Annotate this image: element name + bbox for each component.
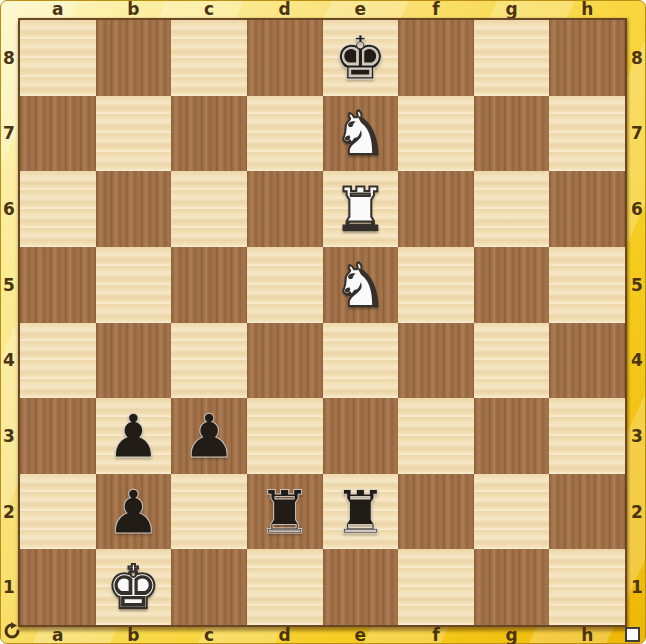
piece-black-pawn[interactable]: ♟ <box>107 482 161 542</box>
square-e7[interactable]: ♞ <box>323 96 399 172</box>
piece-white-knight[interactable]: ♞ <box>333 103 387 163</box>
piece-black-pawn[interactable]: ♟ <box>182 406 236 466</box>
file-labels-top: abcdefgh <box>20 0 625 18</box>
piece-black-rook[interactable]: ♜ <box>333 482 387 542</box>
file-label-b: b <box>96 625 172 644</box>
square-f4[interactable] <box>398 323 474 399</box>
file-label-a: a <box>20 625 96 644</box>
square-f2[interactable] <box>398 474 474 550</box>
square-a7[interactable] <box>20 96 96 172</box>
square-c3[interactable]: ♟ <box>171 398 247 474</box>
square-h3[interactable] <box>549 398 625 474</box>
square-a8[interactable] <box>20 20 96 96</box>
square-d3[interactable] <box>247 398 323 474</box>
square-d4[interactable] <box>247 323 323 399</box>
square-f1[interactable] <box>398 549 474 625</box>
piece-white-rook[interactable]: ♜ <box>333 179 387 239</box>
square-h2[interactable] <box>549 474 625 550</box>
piece-white-king[interactable]: ♚ <box>107 557 161 617</box>
file-label-f: f <box>398 0 474 19</box>
piece-black-king[interactable]: ♚ <box>333 28 387 88</box>
square-g2[interactable] <box>474 474 550 550</box>
square-f6[interactable] <box>398 171 474 247</box>
square-a4[interactable] <box>20 323 96 399</box>
white-to-move-indicator <box>625 627 640 642</box>
square-c2[interactable] <box>171 474 247 550</box>
square-c4[interactable] <box>171 323 247 399</box>
file-label-h: h <box>549 0 625 19</box>
square-h1[interactable] <box>549 549 625 625</box>
file-label-e: e <box>323 625 399 644</box>
square-e6[interactable]: ♜ <box>323 171 399 247</box>
square-b5[interactable] <box>96 247 172 323</box>
square-d1[interactable] <box>247 549 323 625</box>
square-e2[interactable]: ♜ <box>323 474 399 550</box>
file-label-c: c <box>171 625 247 644</box>
square-g7[interactable] <box>474 96 550 172</box>
square-h6[interactable] <box>549 171 625 247</box>
rank-label-6: 6 <box>631 171 643 247</box>
rank-label-7: 7 <box>631 96 643 172</box>
square-b3[interactable]: ♟ <box>96 398 172 474</box>
square-g3[interactable] <box>474 398 550 474</box>
file-label-d: d <box>247 625 323 644</box>
square-a3[interactable] <box>20 398 96 474</box>
chess-board-widget: abcdefgh abcdefgh 87654321 87654321 ♚♞♜♞… <box>0 0 646 644</box>
rank-label-3: 3 <box>631 398 643 474</box>
piece-black-pawn[interactable]: ♟ <box>107 406 161 466</box>
file-label-h: h <box>549 625 625 644</box>
square-e1[interactable] <box>323 549 399 625</box>
square-b7[interactable] <box>96 96 172 172</box>
square-g1[interactable] <box>474 549 550 625</box>
board-border: ♚♞♜♞♟♟♟♜♜♚ <box>18 18 627 627</box>
square-e8[interactable]: ♚ <box>323 20 399 96</box>
square-a6[interactable] <box>20 171 96 247</box>
square-e3[interactable] <box>323 398 399 474</box>
square-c5[interactable] <box>171 247 247 323</box>
square-b6[interactable] <box>96 171 172 247</box>
square-b1[interactable]: ♚ <box>96 549 172 625</box>
file-label-f: f <box>398 625 474 644</box>
square-c6[interactable] <box>171 171 247 247</box>
square-f7[interactable] <box>398 96 474 172</box>
square-c1[interactable] <box>171 549 247 625</box>
rank-label-4: 4 <box>631 323 643 399</box>
file-label-c: c <box>171 0 247 19</box>
file-label-g: g <box>474 625 550 644</box>
rank-label-3: 3 <box>3 398 15 474</box>
square-b8[interactable] <box>96 20 172 96</box>
square-h4[interactable] <box>549 323 625 399</box>
square-a1[interactable] <box>20 549 96 625</box>
rank-label-8: 8 <box>3 20 15 96</box>
square-e4[interactable] <box>323 323 399 399</box>
square-a5[interactable] <box>20 247 96 323</box>
file-labels-bottom: abcdefgh <box>20 626 625 644</box>
square-b4[interactable] <box>96 323 172 399</box>
square-g4[interactable] <box>474 323 550 399</box>
rank-labels-left: 87654321 <box>0 20 18 625</box>
square-h7[interactable] <box>549 96 625 172</box>
rank-label-6: 6 <box>3 171 15 247</box>
piece-white-knight[interactable]: ♞ <box>333 255 387 315</box>
rank-label-7: 7 <box>3 96 15 172</box>
file-label-d: d <box>247 0 323 19</box>
square-c8[interactable] <box>171 20 247 96</box>
square-d2[interactable]: ♜ <box>247 474 323 550</box>
file-label-e: e <box>323 0 399 19</box>
file-label-b: b <box>96 0 172 19</box>
square-d5[interactable] <box>247 247 323 323</box>
square-a2[interactable] <box>20 474 96 550</box>
square-g8[interactable] <box>474 20 550 96</box>
rank-label-1: 1 <box>631 549 643 625</box>
file-label-g: g <box>474 0 550 19</box>
square-d8[interactable] <box>247 20 323 96</box>
rank-labels-right: 87654321 <box>628 20 646 625</box>
square-c7[interactable] <box>171 96 247 172</box>
rank-label-5: 5 <box>3 247 15 323</box>
file-label-a: a <box>20 0 96 19</box>
flip-board-button[interactable] <box>1 620 23 642</box>
square-h5[interactable] <box>549 247 625 323</box>
square-f5[interactable] <box>398 247 474 323</box>
rank-label-1: 1 <box>3 549 15 625</box>
square-e5[interactable]: ♞ <box>323 247 399 323</box>
square-d7[interactable] <box>247 96 323 172</box>
rotate-arrow-icon <box>3 622 21 640</box>
square-h8[interactable] <box>549 20 625 96</box>
chess-board: ♚♞♜♞♟♟♟♜♜♚ <box>20 20 625 625</box>
rank-label-4: 4 <box>3 323 15 399</box>
piece-black-rook[interactable]: ♜ <box>258 482 312 542</box>
rank-label-2: 2 <box>631 474 643 550</box>
square-f3[interactable] <box>398 398 474 474</box>
rank-label-8: 8 <box>631 20 643 96</box>
square-d6[interactable] <box>247 171 323 247</box>
square-g6[interactable] <box>474 171 550 247</box>
square-g5[interactable] <box>474 247 550 323</box>
rank-label-2: 2 <box>3 474 15 550</box>
square-f8[interactable] <box>398 20 474 96</box>
square-b2[interactable]: ♟ <box>96 474 172 550</box>
rank-label-5: 5 <box>631 247 643 323</box>
